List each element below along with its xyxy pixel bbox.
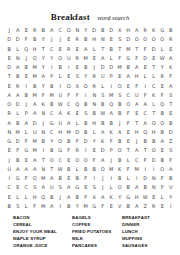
grid-cell: B [56,174,65,183]
word-item: BAGELS [72,214,122,221]
grid-cell: A [65,183,74,192]
grid-cell: L [90,128,99,137]
grid-cell: I [82,146,91,155]
word-item: ORANGE JUICE [13,242,72,249]
grid-cell: A [141,100,150,109]
grid-cell: G [14,174,23,183]
grid-cell: E [158,146,167,155]
grid-cell: A [107,109,116,118]
grid-cell: R [5,109,14,118]
grid-cell: D [107,26,116,35]
grid-cell: Z [167,137,176,146]
grid-cell: N [90,91,99,100]
grid-cell: D [73,128,82,137]
grid-cell: A [48,174,57,183]
grid-cell: B [5,45,14,54]
grid-cell: B [82,165,91,174]
grid-cell: Y [82,72,91,81]
grid-cell: B [116,100,125,109]
grid-cell: B [14,156,23,165]
grid-cell: B [167,26,176,35]
grid-cell: A [158,137,167,146]
grid-cell: F [167,72,176,81]
grid-cell: O [116,183,125,192]
grid-cell: B [14,72,23,81]
word-item: PANCAKES [72,242,122,249]
grid-cell: A [133,202,142,211]
grid-cell: O [56,54,65,63]
grid-cell: G [56,146,65,155]
grid-cell: R [65,45,74,54]
grid-cell: B [31,35,40,44]
grid-cell: B [107,119,116,128]
grid-cell: B [48,82,57,91]
grid-cell: Y [158,63,167,72]
grid-cell: Q [73,100,82,109]
grid-cell: A [116,128,125,137]
grid-cell: H [133,72,142,81]
grid-cell: G [48,119,57,128]
grid-cell: R [73,35,82,44]
grid-cell: J [99,183,108,192]
grid-cell: L [150,100,159,109]
grid-cell: Q [141,128,150,137]
grid-cell: E [167,109,176,118]
grid-cell: M [31,72,40,81]
grid-cell: B [73,174,82,183]
grid-cell: A [5,91,14,100]
grid-cell: C [65,100,74,109]
word-item: MAPLE SYRUP [13,235,72,242]
grid-cell: A [82,45,91,54]
grid-cell: M [48,91,57,100]
grid-cell: L [107,54,116,63]
grid-cell: F [167,156,176,165]
grid-cell: A [48,202,57,211]
grid-cell: M [107,91,116,100]
word-item: BREAKFAST [122,214,173,221]
grid-cell: Y [39,54,48,63]
grid-cell: B [65,202,74,211]
grid-cell: N [150,174,159,183]
word-item: SAUSAGES [122,242,173,249]
grid-cell: K [99,137,108,146]
grid-cell: L [141,72,150,81]
grid-cell: F [158,174,167,183]
grid-cell: C [141,109,150,118]
grid-cell: B [90,165,99,174]
grid-cell: R [73,54,82,63]
grid-cell: L [99,82,108,91]
grid-cell: N [73,26,82,35]
grid-cell: E [65,174,74,183]
grid-cell: S [116,91,125,100]
grid-cell: M [31,63,40,72]
grid-cell: E [167,45,176,54]
grid-cell: V [116,202,125,211]
grid-cell: I [82,91,91,100]
grid-cell: F [39,91,48,100]
grid-cell: R [167,35,176,44]
grid-cell: O [124,100,133,109]
grid-cell: M [82,202,91,211]
grid-cell: R [14,82,23,91]
worksheet-page: Breakfast word search JAERBACONYDBDXHARK… [0,0,180,255]
grid-cell: U [65,54,74,63]
grid-cell: S [90,183,99,192]
word-item: COFFEE [72,221,122,228]
grid-cell: S [116,35,125,44]
grid-cell: K [116,165,125,174]
grid-cell: M [31,91,40,100]
grid-cell: Y [39,35,48,44]
grid-cell: C [5,183,14,192]
grid-cell: B [99,100,108,109]
word-item: DINNER [122,221,173,228]
grid-cell: D [14,137,23,146]
grid-cell: U [56,91,65,100]
grid-cell: L [124,156,133,165]
grid-cell: Y [73,202,82,211]
grid-cell: D [14,35,23,44]
grid-cell: F [107,137,116,146]
grid-cell: L [150,72,159,81]
word-item: CEREAL [13,221,72,228]
grid-cell: L [22,128,31,137]
grid-cell: D [150,45,159,54]
grid-cell: D [167,128,176,137]
grid-cell: L [107,183,116,192]
grid-cell: F [65,146,74,155]
grid-cell: B [39,137,48,146]
grid-cell: E [5,146,14,155]
grid-cell: O [133,35,142,44]
grid-cell: T [124,146,133,155]
grid-cell: A [14,91,23,100]
grid-cell: R [90,82,99,91]
grid-cell: D [31,119,40,128]
grid-cell: B [158,156,167,165]
grid-cell: D [107,63,116,72]
grid-cell: B [141,183,150,192]
grid-cell: E [107,35,116,44]
grid-cell: A [141,119,150,128]
grid-cell: B [141,137,150,146]
grid-cell: J [22,54,31,63]
grid-cell: J [107,156,116,165]
grid-cell: E [5,54,14,63]
grid-cell: J [56,35,65,44]
grid-cell: H [90,119,99,128]
word-list-column: BAGELSCOFFEEFRIED POTATOESMILKPANCAKES [72,214,122,249]
grid-cell: A [22,119,31,128]
grid-cell: S [31,183,40,192]
grid-cell: C [48,45,57,54]
grid-cell: C [48,109,57,118]
grid-cell: Y [39,82,48,91]
grid-cell: B [167,119,176,128]
grid-cell: L [73,165,82,174]
grid-cell: R [158,72,167,81]
grid-cell: A [31,165,40,174]
title-sub: word search [97,14,129,21]
grid-cell: B [158,109,167,118]
grid-cell: M [39,202,48,211]
grid-cell: O [158,119,167,128]
grid-cell: B [5,202,14,211]
grid-cell: K [150,26,159,35]
grid-cell: M [31,137,40,146]
grid-cell: O [82,82,91,91]
grid-cell: E [158,82,167,91]
grid-cell: I [107,174,116,183]
word-list-column: BACONCEREALENJOY YOUR MEALMAPLE SYRUPORA… [13,214,72,249]
grid-cell: E [158,202,167,211]
grid-cell: T [133,45,142,54]
grid-cell: I [39,146,48,155]
grid-cell: A [31,156,40,165]
grid-cell: L [56,72,65,81]
grid-cell: E [65,35,74,44]
grid-cell: B [48,146,57,155]
grid-cell: I [56,82,65,91]
grid-cell: R [31,26,40,35]
grid-cell: P [48,72,57,81]
grid-cell: N [39,165,48,174]
grid-cell: F [73,91,82,100]
grid-cell: I [167,202,176,211]
title-main: Breakfast [51,12,90,22]
grid-cell: W [141,193,150,202]
grid-cell: D [141,54,150,63]
grid-cell: J [5,156,14,165]
grid-cell: E [5,193,14,202]
grid-cell: A [99,54,108,63]
grid-cell: O [31,174,40,183]
grid-cell: B [167,174,176,183]
grid-cell: M [39,174,48,183]
grid-cell: G [90,202,99,211]
grid-cell: B [116,174,125,183]
grid-cell: T [150,63,159,72]
grid-cell: I [107,82,116,91]
grid-cell: E [82,183,91,192]
grid-cell: I [65,63,74,72]
grid-cell: I [22,82,31,91]
grid-cell: H [90,35,99,44]
grid-cell: S [73,72,82,81]
grid-cell: D [5,35,14,44]
grid-cell: F [99,202,108,211]
grid-cell: L [14,109,23,118]
grid-cell: C [56,156,65,165]
grid-cell: D [90,26,99,35]
grid-cell: E [116,72,125,81]
grid-cell: E [14,183,23,192]
grid-cell: S [167,91,176,100]
grid-cell: A [133,63,142,72]
grid-cell: A [167,54,176,63]
grid-cell: A [167,82,176,91]
grid-cell: B [150,137,159,146]
grid-cell: H [31,193,40,202]
grid-cell: I [56,202,65,211]
grid-cell: P [107,72,116,81]
grid-cell: E [22,156,31,165]
grid-cell: O [5,100,14,109]
grid-cell: B [14,119,23,128]
grid-cell: N [5,128,14,137]
grid-cell: B [65,165,74,174]
word-item: MUFFINS [122,235,173,242]
grid-cell: B [116,137,125,146]
grid-cell: F [82,193,91,202]
grid-cell: F [124,109,133,118]
grid-cell: J [99,174,108,183]
grid-cell: I [150,165,159,174]
grid-cell: H [31,45,40,54]
grid-cell: C [56,26,65,35]
grid-cell: O [158,165,167,174]
grid-cell: M [124,45,133,54]
grid-cell: T [141,146,150,155]
grid-cell: T [39,156,48,165]
grid-cell: B [158,128,167,137]
grid-cell: O [73,156,82,165]
grid-cell: B [65,137,74,146]
word-item: MILK [72,235,122,242]
grid-cell: F [73,137,82,146]
grid-cell: E [65,72,74,81]
grid-cell: N [39,109,48,118]
grid-cell: J [48,35,57,44]
grid-cell: N [99,35,108,44]
grid-cell: R [73,146,82,155]
grid-cell: O [48,156,57,165]
grid-cell: A [133,100,142,109]
grid-cell: A [14,26,23,35]
grid-cell: G [22,146,31,155]
grid-cell: X [90,193,99,202]
grid-cell: B [124,183,133,192]
grid-cell: U [56,119,65,128]
grid-cell: B [116,109,125,118]
grid-cell: K [167,63,176,72]
grid-cell: B [116,156,125,165]
grid-cell: N [90,100,99,109]
grid-cell: W [158,54,167,63]
grid-cell: B [22,91,31,100]
grid-cell: J [56,193,65,202]
grid-cell: M [14,128,23,137]
grid-cell: I [5,174,14,183]
grid-cell: L [14,193,23,202]
grid-cell: B [22,63,31,72]
grid-cell: O [116,82,125,91]
grid-cell: E [150,54,159,63]
grid-cell: A [133,183,142,192]
grid-cell: R [150,202,159,211]
grid-cell: T [5,72,14,81]
grid-cell: J [116,119,125,128]
grid-cell: S [167,146,176,155]
grid-cell: M [133,165,142,174]
grid-cell: T [116,45,125,54]
grid-cell: H [124,26,133,35]
grid-cell: E [5,82,14,91]
grid-cell: C [124,91,133,100]
grid-cell: E [124,82,133,91]
grid-cell: Q [39,193,48,202]
grid-cell: B [99,119,108,128]
grid-cell: E [124,137,133,146]
grid-cell: O [116,146,125,155]
grid-cell: M [31,146,40,155]
grid-cell: X [116,26,125,35]
grid-cell: G [158,26,167,35]
grid-cell: F [82,174,91,183]
grid-cell: F [133,82,142,91]
grid-cell: L [158,45,167,54]
grid-cell: B [107,45,116,54]
grid-cell: K [107,193,116,202]
word-list: BACONCEREALENJOY YOUR MEALMAPLE SYRUPORA… [13,214,173,249]
grid-cell: B [73,193,82,202]
grid-cell: F [141,156,150,165]
grid-cell: L [73,119,82,128]
grid-cell: Y [82,26,91,35]
grid-cell: F [124,165,133,174]
grid-cell: B [48,193,57,202]
grid-cell: T [150,109,159,118]
grid-cell: I [141,165,150,174]
grid-cell: I [90,174,99,183]
grid-cell: A [22,165,31,174]
grid-cell: C [133,156,142,165]
grid-cell: I [48,63,57,72]
grid-cell: W [56,165,65,174]
grid-cell: E [73,63,82,72]
grid-cell: B [48,100,57,109]
grid-cell: A [65,193,74,202]
grid-cell: E [73,109,82,118]
grid-cell: F [31,202,40,211]
grid-cell: F [158,91,167,100]
grid-cell: P [158,183,167,192]
grid-cell: O [31,54,40,63]
grid-cell: B [82,100,91,109]
grid-cell: R [90,72,99,81]
grid-cell: A [99,193,108,202]
grid-cell: D [14,100,23,109]
grid-cell: M [107,165,116,174]
grid-cell: Y [48,137,57,146]
grid-cell: W [99,109,108,118]
grid-cell: O [65,82,74,91]
grid-cell: C [150,82,159,91]
grid-cell: Q [158,100,167,109]
grid-cell: A [133,146,142,155]
grid-cell: E [141,63,150,72]
grid-cell: S [99,91,108,100]
grid-cell: C [48,128,57,137]
grid-cell: N [39,128,48,137]
grid-cell: E [90,54,99,63]
grid-cell: M [65,128,74,137]
grid-cell: A [48,26,57,35]
grid-cell: A [99,156,108,165]
grid-cell: F [14,146,23,155]
